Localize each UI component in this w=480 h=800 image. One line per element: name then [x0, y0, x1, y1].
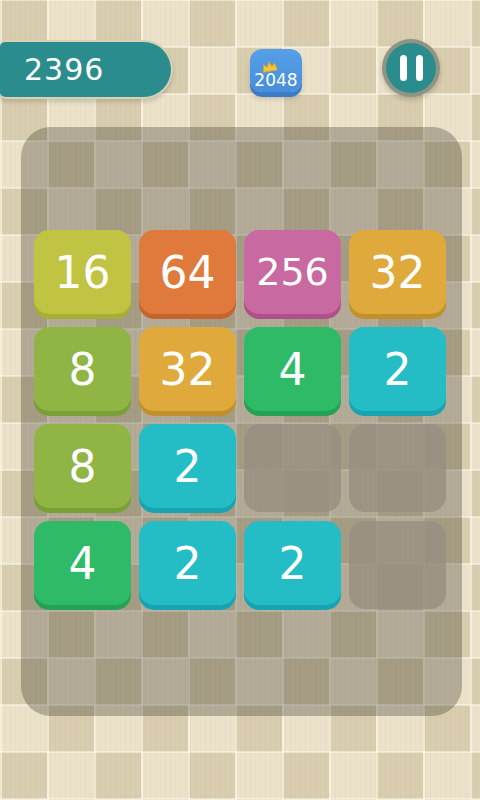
empty-cell-r3c4	[349, 424, 446, 512]
tile-2-r2c4: 2	[349, 327, 446, 411]
tile-2-r4c3: 2	[244, 521, 341, 605]
tile-8-r2c1: 8	[34, 327, 131, 411]
tile-grid: 1664256328324282422	[34, 230, 446, 610]
pause-icon	[416, 55, 423, 81]
tile-32-r1c4: 32	[349, 230, 446, 314]
score-value: 2396	[24, 52, 104, 87]
empty-cell-r3c3	[244, 424, 341, 512]
score-pill: 2396	[0, 40, 173, 99]
tile-8-r3c1: 8	[34, 424, 131, 508]
tile-16-r1c1: 16	[34, 230, 131, 314]
game-board[interactable]: 1664256328324282422	[21, 127, 462, 716]
pause-icon	[400, 55, 407, 81]
tile-256-r1c3: 256	[244, 230, 341, 314]
tile-2-r4c2: 2	[139, 521, 236, 605]
pause-button[interactable]	[382, 39, 440, 97]
crown-icon	[260, 55, 278, 77]
tile-4-r2c3: 4	[244, 327, 341, 411]
tile-32-r2c2: 32	[139, 327, 236, 411]
tile-2-r3c2: 2	[139, 424, 236, 508]
logo-2048-badge: 2048	[250, 49, 302, 92]
tile-4-r4c1: 4	[34, 521, 131, 605]
empty-cell-r4c4	[349, 521, 446, 609]
tile-64-r1c2: 64	[139, 230, 236, 314]
